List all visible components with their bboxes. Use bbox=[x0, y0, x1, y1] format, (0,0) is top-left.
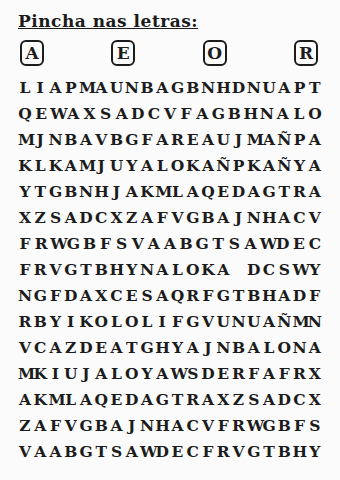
letter-cell[interactable]: P bbox=[293, 75, 307, 101]
letter-cell[interactable]: Y bbox=[308, 439, 322, 465]
letter-cell[interactable]: A bbox=[147, 231, 161, 257]
letter-cell[interactable]: T bbox=[308, 75, 322, 101]
letter-cell[interactable]: D bbox=[79, 335, 93, 361]
letter-cell[interactable]: G bbox=[216, 283, 230, 309]
letter-cell[interactable]: B bbox=[110, 127, 124, 153]
letter-cell[interactable]: L bbox=[155, 153, 169, 179]
letter-cell[interactable]: V bbox=[201, 309, 215, 335]
letter-cell[interactable]: A bbox=[244, 231, 258, 257]
letter-cell[interactable]: E bbox=[34, 101, 48, 127]
letter-cell[interactable]: U bbox=[216, 127, 230, 153]
letter-cell[interactable]: C bbox=[308, 231, 322, 257]
letter-cell[interactable]: N bbox=[125, 75, 139, 101]
letter-cell[interactable]: A bbox=[125, 179, 139, 205]
letter-cell[interactable]: H bbox=[94, 179, 108, 205]
letter-cell[interactable]: J bbox=[201, 335, 215, 361]
letter-cell[interactable]: E bbox=[171, 439, 185, 465]
letter-cell[interactable]: G bbox=[140, 335, 154, 361]
letter-cell[interactable]: H bbox=[155, 335, 169, 361]
letter-cell[interactable]: A bbox=[155, 361, 169, 387]
letter-cell[interactable]: T bbox=[33, 179, 47, 205]
letter-cell[interactable]: V bbox=[308, 205, 322, 231]
letter-cell[interactable]: J bbox=[33, 127, 47, 153]
letter-cell[interactable]: Z bbox=[64, 335, 78, 361]
letter-cell[interactable]: A bbox=[277, 283, 291, 309]
letter-cell[interactable]: F bbox=[201, 283, 215, 309]
letter-cell[interactable]: F bbox=[155, 205, 169, 231]
letter-cell[interactable]: A bbox=[79, 387, 93, 413]
letter-cell[interactable]: U bbox=[216, 309, 230, 335]
letter-cell[interactable]: V bbox=[49, 257, 63, 283]
letter-cell[interactable]: C bbox=[293, 205, 307, 231]
letter-cell[interactable]: N bbox=[260, 101, 274, 127]
letter-cell[interactable]: L bbox=[171, 257, 185, 283]
letter-cell[interactable]: G bbox=[171, 75, 185, 101]
letter-cell[interactable]: G bbox=[79, 439, 93, 465]
letter-cell[interactable]: B bbox=[179, 231, 193, 257]
letter-cell[interactable]: S bbox=[99, 101, 113, 127]
letter-cell[interactable]: Z bbox=[33, 205, 47, 231]
letter-cell[interactable]: L bbox=[292, 101, 306, 127]
letter-cell[interactable]: T bbox=[211, 231, 225, 257]
letter-cell[interactable]: N bbox=[49, 127, 63, 153]
letter-cell[interactable]: A bbox=[186, 335, 200, 361]
letter-cell[interactable]: A bbox=[262, 387, 276, 413]
letter-cell[interactable]: J bbox=[125, 413, 139, 439]
letter-cell[interactable]: V bbox=[232, 439, 246, 465]
letter-cell[interactable]: A bbox=[195, 101, 209, 127]
letter-cell[interactable]: V bbox=[18, 439, 32, 465]
letter-cell[interactable]: X bbox=[110, 205, 124, 231]
letter-cell[interactable]: L bbox=[64, 387, 78, 413]
letter-cell[interactable]: F bbox=[140, 127, 154, 153]
letter-cell[interactable]: V bbox=[201, 413, 215, 439]
letter-cell[interactable]: H bbox=[216, 75, 230, 101]
letter-cell[interactable]: A bbox=[140, 205, 154, 231]
letter-cell[interactable]: G bbox=[262, 413, 276, 439]
letter-cell[interactable]: A bbox=[186, 179, 200, 205]
letter-cell[interactable]: H bbox=[155, 413, 169, 439]
letter-cell[interactable]: A bbox=[94, 75, 108, 101]
letter-cell[interactable]: A bbox=[110, 335, 124, 361]
letter-cell[interactable]: O bbox=[308, 101, 322, 127]
letter-cell[interactable]: G bbox=[79, 413, 93, 439]
letter-cell[interactable]: A bbox=[308, 335, 322, 361]
letter-cell[interactable]: C bbox=[94, 205, 108, 231]
letter-cell[interactable]: L bbox=[171, 179, 185, 205]
letter-cell[interactable]: X bbox=[308, 387, 322, 413]
letter-cell[interactable]: N bbox=[293, 335, 307, 361]
letter-cell[interactable]: T bbox=[171, 387, 185, 413]
letter-cell[interactable]: A bbox=[216, 205, 230, 231]
letter-cell[interactable]: A bbox=[276, 101, 290, 127]
letter-cell[interactable]: A bbox=[201, 153, 215, 179]
letter-cell[interactable]: B bbox=[94, 257, 108, 283]
letter-cell[interactable]: G bbox=[66, 231, 80, 257]
letter-cell[interactable]: T bbox=[125, 335, 139, 361]
letter-cell[interactable]: W bbox=[50, 231, 64, 257]
letter-cell[interactable]: S bbox=[227, 231, 241, 257]
letter-cell[interactable]: A bbox=[115, 101, 129, 127]
letter-cell[interactable]: M bbox=[247, 127, 261, 153]
letter-cell[interactable]: Z bbox=[232, 387, 246, 413]
letter-cell[interactable]: S bbox=[186, 361, 200, 387]
letter-cell[interactable]: B bbox=[227, 101, 241, 127]
letter-cell[interactable]: Q bbox=[18, 101, 32, 127]
letter-cell[interactable]: H bbox=[262, 205, 276, 231]
letter-cell[interactable]: K bbox=[79, 309, 93, 335]
letter-cell[interactable]: R bbox=[216, 439, 230, 465]
letter-cell[interactable]: D bbox=[247, 257, 261, 283]
letter-cell[interactable]: A bbox=[201, 387, 215, 413]
letter-cell[interactable]: P bbox=[64, 75, 78, 101]
letter-cell[interactable]: A bbox=[247, 335, 261, 361]
letter-cell[interactable]: H bbox=[110, 257, 124, 283]
letter-cell[interactable]: R bbox=[186, 283, 200, 309]
letter-cell[interactable]: G bbox=[64, 257, 78, 283]
letter-cell[interactable]: J bbox=[94, 153, 108, 179]
letter-cell[interactable]: T bbox=[232, 283, 246, 309]
letter-cell[interactable]: D bbox=[155, 439, 169, 465]
letter-cell[interactable]: X bbox=[216, 387, 230, 413]
letter-cell[interactable]: B bbox=[201, 205, 215, 231]
letter-cell[interactable]: I bbox=[155, 309, 169, 335]
letter-cell[interactable]: A bbox=[262, 361, 276, 387]
letter-cell[interactable]: X bbox=[18, 205, 32, 231]
letter-cell[interactable]: E bbox=[186, 127, 200, 153]
letter-cell[interactable]: O bbox=[277, 335, 291, 361]
letter-cell[interactable]: A bbox=[64, 205, 78, 231]
letter-cell[interactable]: J bbox=[79, 361, 93, 387]
letter-cell[interactable]: G bbox=[186, 205, 200, 231]
letter-cell[interactable]: P bbox=[232, 153, 246, 179]
letter-cell[interactable]: D bbox=[131, 101, 145, 127]
letter-cell[interactable]: D bbox=[232, 75, 246, 101]
letter-cell[interactable]: A bbox=[155, 127, 169, 153]
letter-cell[interactable]: L bbox=[18, 75, 32, 101]
letter-cell[interactable]: D bbox=[79, 205, 93, 231]
letter-cell[interactable]: P bbox=[293, 127, 307, 153]
letter-cell[interactable]: A bbox=[262, 153, 276, 179]
letter-cell[interactable]: F bbox=[179, 101, 193, 127]
letter-cell[interactable]: B bbox=[277, 439, 291, 465]
letter-cell[interactable]: F bbox=[99, 231, 113, 257]
letter-cell[interactable]: C bbox=[33, 335, 47, 361]
letter-cell[interactable]: A bbox=[79, 127, 93, 153]
letter-cell[interactable]: I bbox=[33, 75, 47, 101]
letter-cell[interactable]: L bbox=[110, 361, 124, 387]
letter-cell[interactable]: G bbox=[155, 387, 169, 413]
letter-cell[interactable]: M bbox=[49, 387, 63, 413]
letter-cell[interactable]: K bbox=[18, 153, 32, 179]
letter-cell[interactable]: E bbox=[110, 387, 124, 413]
letter-cell[interactable]: D bbox=[232, 179, 246, 205]
letter-cell[interactable]: C bbox=[262, 257, 276, 283]
letter-cell[interactable]: T bbox=[94, 439, 108, 465]
letter-cell[interactable]: R bbox=[232, 361, 246, 387]
letter-cell[interactable]: A bbox=[64, 153, 78, 179]
letter-cell[interactable]: V bbox=[131, 231, 145, 257]
letter-cell[interactable]: Y bbox=[293, 153, 307, 179]
letter-cell[interactable]: R bbox=[34, 231, 48, 257]
letter-cell[interactable]: Q bbox=[201, 179, 215, 205]
letter-cell[interactable]: B bbox=[232, 335, 246, 361]
letter-cell[interactable]: N bbox=[232, 309, 246, 335]
letter-cell[interactable]: B bbox=[247, 283, 261, 309]
letter-cell[interactable]: A bbox=[277, 205, 291, 231]
letter-cell[interactable]: L bbox=[110, 309, 124, 335]
letter-cell[interactable]: X bbox=[308, 361, 322, 387]
letter-cell[interactable]: A bbox=[171, 413, 185, 439]
letter-cell[interactable]: E bbox=[125, 283, 139, 309]
letter-cell[interactable]: M bbox=[18, 127, 32, 153]
letter-cell[interactable]: A bbox=[155, 283, 169, 309]
letter-cell[interactable]: Q bbox=[171, 283, 185, 309]
letter-cell[interactable]: Y bbox=[140, 361, 154, 387]
letter-cell[interactable]: A bbox=[155, 257, 169, 283]
letter-cell[interactable]: T bbox=[79, 257, 93, 283]
letter-cell[interactable]: A bbox=[201, 127, 215, 153]
letter-cell[interactable]: A bbox=[49, 439, 63, 465]
letter-cell[interactable]: N bbox=[140, 413, 154, 439]
letter-cell[interactable]: A bbox=[277, 75, 291, 101]
letter-cell[interactable]: N bbox=[140, 257, 154, 283]
letter-cell[interactable]: C bbox=[147, 101, 161, 127]
letter-cell[interactable]: G bbox=[211, 101, 225, 127]
letter-cell[interactable]: B bbox=[64, 439, 78, 465]
letter-cell[interactable]: C bbox=[186, 413, 200, 439]
letter-cell[interactable]: O bbox=[94, 309, 108, 335]
letter-cell[interactable]: K bbox=[186, 153, 200, 179]
letter-cell[interactable]: N bbox=[247, 75, 261, 101]
letter-cell[interactable]: B bbox=[277, 413, 291, 439]
letter-cell[interactable]: O bbox=[125, 309, 139, 335]
letter-cell[interactable]: K bbox=[247, 153, 261, 179]
letter-cell[interactable]: G bbox=[262, 179, 276, 205]
letter-cell[interactable]: F bbox=[247, 361, 261, 387]
letter-cell[interactable]: V bbox=[171, 205, 185, 231]
letter-cell[interactable]: N bbox=[247, 205, 261, 231]
letter-cell[interactable]: D bbox=[276, 231, 290, 257]
letter-cell[interactable]: C bbox=[186, 439, 200, 465]
letter-cell[interactable]: Y bbox=[18, 179, 32, 205]
letter-cell[interactable]: D bbox=[125, 387, 139, 413]
letter-cell[interactable]: Z bbox=[18, 413, 32, 439]
letter-cell[interactable]: J bbox=[232, 127, 246, 153]
letter-cell[interactable]: R bbox=[33, 257, 47, 283]
letter-cell[interactable]: A bbox=[125, 439, 139, 465]
letter-cell[interactable]: B bbox=[33, 309, 47, 335]
letter-cell[interactable]: V bbox=[163, 101, 177, 127]
letter-cell[interactable]: M bbox=[18, 361, 32, 387]
letter-cell[interactable]: B bbox=[64, 179, 78, 205]
letter-cell[interactable]: N bbox=[216, 335, 230, 361]
letter-cell[interactable]: Y bbox=[125, 153, 139, 179]
letter-cell[interactable]: A bbox=[94, 361, 108, 387]
letter-cell[interactable]: Y bbox=[125, 257, 139, 283]
letter-cell[interactable]: Y bbox=[308, 257, 322, 283]
letter-cell[interactable]: H bbox=[244, 101, 258, 127]
letter-cell[interactable]: N bbox=[18, 283, 32, 309]
letter-cell[interactable]: J bbox=[232, 205, 246, 231]
letter-cell[interactable]: M bbox=[79, 153, 93, 179]
letter-cell[interactable]: E bbox=[216, 179, 230, 205]
letter-cell[interactable]: B bbox=[140, 75, 154, 101]
letter-cell[interactable]: B bbox=[186, 75, 200, 101]
letter-cell[interactable]: V bbox=[18, 335, 32, 361]
letter-cell[interactable]: A bbox=[33, 413, 47, 439]
letter-cell[interactable]: W bbox=[293, 257, 307, 283]
letter-cell[interactable]: A bbox=[49, 75, 63, 101]
letter-cell[interactable]: M bbox=[293, 309, 307, 335]
letter-cell[interactable]: A bbox=[140, 153, 154, 179]
letter-cell[interactable]: S bbox=[277, 257, 291, 283]
letter-cell[interactable]: V bbox=[64, 413, 78, 439]
letter-cell[interactable]: L bbox=[33, 153, 47, 179]
letter-cell[interactable]: U bbox=[247, 309, 261, 335]
target-letter-box-e[interactable]: E bbox=[111, 40, 135, 66]
letter-cell[interactable]: Ñ bbox=[277, 309, 291, 335]
letter-cell[interactable]: A bbox=[110, 413, 124, 439]
letter-cell[interactable]: O bbox=[125, 361, 139, 387]
letter-cell[interactable]: F bbox=[18, 257, 32, 283]
target-letter-box-a[interactable]: A bbox=[20, 40, 44, 66]
letter-cell[interactable]: N bbox=[201, 75, 215, 101]
letter-cell[interactable]: A bbox=[262, 127, 276, 153]
letter-cell[interactable]: F bbox=[49, 413, 63, 439]
letter-cell[interactable]: H bbox=[293, 439, 307, 465]
letter-cell[interactable]: T bbox=[262, 439, 276, 465]
letter-cell[interactable]: C bbox=[293, 387, 307, 413]
letter-cell[interactable]: F bbox=[201, 439, 215, 465]
target-letter-box-r[interactable]: R bbox=[294, 40, 318, 66]
letter-cell[interactable]: K bbox=[33, 361, 47, 387]
letter-cell[interactable]: U bbox=[262, 75, 276, 101]
letter-cell[interactable]: S bbox=[115, 231, 129, 257]
letter-cell[interactable]: W bbox=[140, 439, 154, 465]
letter-cell[interactable]: F bbox=[49, 283, 63, 309]
letter-cell[interactable]: K bbox=[201, 257, 215, 283]
letter-cell[interactable]: E bbox=[94, 335, 108, 361]
letter-cell[interactable]: K bbox=[33, 387, 47, 413]
letter-cell[interactable]: S bbox=[308, 413, 322, 439]
letter-cell[interactable]: B bbox=[94, 413, 108, 439]
letter-cell[interactable]: J bbox=[110, 179, 124, 205]
letter-cell[interactable]: N bbox=[79, 179, 93, 205]
letter-cell[interactable]: A bbox=[79, 283, 93, 309]
letter-cell[interactable]: Y bbox=[49, 309, 63, 335]
letter-cell[interactable]: S bbox=[110, 439, 124, 465]
letter-cell[interactable]: R bbox=[171, 127, 185, 153]
letter-cell[interactable]: A bbox=[247, 179, 261, 205]
letter-cell[interactable]: F bbox=[18, 231, 32, 257]
letter-cell[interactable]: A bbox=[155, 75, 169, 101]
letter-cell[interactable]: R bbox=[293, 179, 307, 205]
letter-cell[interactable]: G bbox=[186, 309, 200, 335]
letter-cell[interactable]: S bbox=[247, 387, 261, 413]
letter-cell[interactable]: A bbox=[262, 309, 276, 335]
letter-cell[interactable]: O bbox=[186, 257, 200, 283]
letter-cell[interactable]: G bbox=[125, 127, 139, 153]
letter-cell[interactable]: C bbox=[110, 283, 124, 309]
letter-cell[interactable]: U bbox=[110, 153, 124, 179]
letter-cell[interactable]: R bbox=[18, 309, 32, 335]
letter-cell[interactable]: R bbox=[186, 387, 200, 413]
letter-cell[interactable]: B bbox=[82, 231, 96, 257]
letter-cell[interactable]: A bbox=[216, 257, 230, 283]
letter-cell[interactable]: G bbox=[195, 231, 209, 257]
letter-cell[interactable]: F bbox=[277, 361, 291, 387]
letter-cell[interactable]: S bbox=[49, 205, 63, 231]
letter-cell[interactable]: Ñ bbox=[277, 153, 291, 179]
letter-cell[interactable]: Ñ bbox=[277, 127, 291, 153]
letter-cell[interactable]: L bbox=[262, 335, 276, 361]
letter-cell[interactable]: T bbox=[277, 179, 291, 205]
letter-cell[interactable]: Y bbox=[171, 335, 185, 361]
letter-cell[interactable]: D bbox=[277, 387, 291, 413]
letter-cell[interactable]: E bbox=[292, 231, 306, 257]
letter-cell[interactable]: E bbox=[216, 361, 230, 387]
letter-cell[interactable]: A bbox=[33, 439, 47, 465]
letter-cell[interactable]: K bbox=[140, 179, 154, 205]
letter-cell[interactable]: M bbox=[79, 75, 93, 101]
letter-cell[interactable]: A bbox=[140, 387, 154, 413]
letter-cell[interactable]: B bbox=[64, 127, 78, 153]
letter-cell[interactable]: N bbox=[308, 309, 322, 335]
letter-cell[interactable]: R bbox=[293, 361, 307, 387]
letter-cell[interactable]: K bbox=[49, 153, 63, 179]
letter-cell[interactable]: F bbox=[216, 413, 230, 439]
letter-cell[interactable]: O bbox=[171, 153, 185, 179]
letter-cell[interactable]: D bbox=[64, 283, 78, 309]
target-letter-box-o[interactable]: O bbox=[203, 40, 227, 66]
letter-cell[interactable]: A bbox=[163, 231, 177, 257]
letter-cell[interactable]: Ñ bbox=[216, 153, 230, 179]
letter-cell[interactable]: G bbox=[33, 283, 47, 309]
letter-cell[interactable]: I bbox=[49, 361, 63, 387]
letter-cell[interactable]: X bbox=[94, 283, 108, 309]
letter-cell[interactable]: L bbox=[140, 309, 154, 335]
letter-cell[interactable]: Z bbox=[125, 205, 139, 231]
letter-cell[interactable]: A bbox=[49, 335, 63, 361]
letter-cell[interactable]: G bbox=[49, 179, 63, 205]
letter-cell[interactable]: W bbox=[247, 413, 261, 439]
letter-cell[interactable]: F bbox=[308, 283, 322, 309]
letter-cell[interactable]: R bbox=[232, 413, 246, 439]
letter-cell[interactable]: A bbox=[308, 153, 322, 179]
letter-cell[interactable]: H bbox=[262, 283, 276, 309]
letter-cell[interactable]: A bbox=[308, 179, 322, 205]
letter-cell[interactable]: Q bbox=[94, 387, 108, 413]
letter-cell[interactable]: X bbox=[82, 101, 96, 127]
letter-cell[interactable]: A bbox=[18, 387, 32, 413]
letter-cell[interactable]: D bbox=[293, 283, 307, 309]
letter-cell[interactable]: I bbox=[64, 309, 78, 335]
letter-cell[interactable]: D bbox=[201, 361, 215, 387]
letter-cell[interactable]: A bbox=[66, 101, 80, 127]
letter-cell[interactable]: W bbox=[50, 101, 64, 127]
letter-cell[interactable]: W bbox=[171, 361, 185, 387]
letter-cell[interactable]: U bbox=[64, 361, 78, 387]
letter-cell[interactable]: G bbox=[247, 439, 261, 465]
letter-cell[interactable]: A bbox=[308, 127, 322, 153]
letter-cell[interactable]: U bbox=[110, 75, 124, 101]
letter-cell[interactable]: F bbox=[171, 309, 185, 335]
letter-cell[interactable]: W bbox=[260, 231, 274, 257]
letter-cell[interactable]: M bbox=[155, 179, 169, 205]
letter-cell[interactable]: S bbox=[140, 283, 154, 309]
letter-cell[interactable]: F bbox=[293, 413, 307, 439]
